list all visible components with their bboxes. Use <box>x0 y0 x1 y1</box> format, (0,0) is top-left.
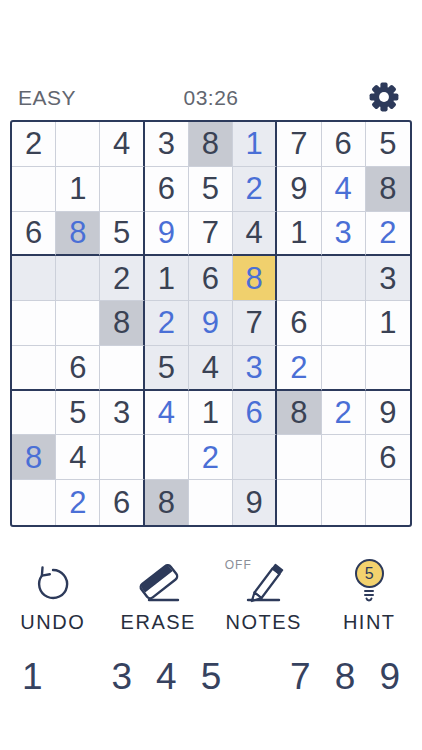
cell-r7c5[interactable]: 1 <box>189 391 233 436</box>
cell-r1c5[interactable]: 8 <box>189 122 233 167</box>
cell-r6c8[interactable] <box>322 346 366 391</box>
cell-r7c1[interactable] <box>12 391 56 436</box>
numpad-key-2 <box>55 648 100 706</box>
cell-r6c6[interactable]: 3 <box>233 346 277 391</box>
cell-r3c9[interactable]: 2 <box>366 212 410 257</box>
cell-r7c3[interactable]: 3 <box>100 391 144 436</box>
cell-r5c3[interactable]: 8 <box>100 301 144 346</box>
cell-r1c6[interactable]: 1 <box>233 122 277 167</box>
cell-r8c4[interactable] <box>145 435 189 480</box>
cell-r6c9[interactable] <box>366 346 410 391</box>
undo-button[interactable]: UNDO <box>3 556 103 634</box>
cell-r1c2[interactable] <box>56 122 100 167</box>
numpad-key-7[interactable]: 7 <box>278 648 323 706</box>
cell-r2c8[interactable]: 4 <box>322 167 366 212</box>
cell-r8c6[interactable] <box>233 435 277 480</box>
cell-r2c7[interactable]: 9 <box>277 167 321 212</box>
numpad-key-4[interactable]: 4 <box>144 648 189 706</box>
pencil-icon: OFF <box>241 556 287 604</box>
gear-icon <box>366 103 402 118</box>
numpad-key-3[interactable]: 3 <box>99 648 144 706</box>
cell-r3c2[interactable]: 8 <box>56 212 100 257</box>
numpad-key-6 <box>233 648 278 706</box>
cell-r8c9[interactable]: 6 <box>366 435 410 480</box>
hint-bulb-icon: 5 <box>355 556 384 604</box>
cell-r6c5[interactable]: 4 <box>189 346 233 391</box>
cell-r1c9[interactable]: 5 <box>366 122 410 167</box>
settings-button[interactable] <box>366 79 402 115</box>
sudoku-board: 2438176516529486859741322168382976165432… <box>10 120 412 527</box>
cell-r8c8[interactable] <box>322 435 366 480</box>
cell-r1c4[interactable]: 3 <box>145 122 189 167</box>
cell-r2c6[interactable]: 2 <box>233 167 277 212</box>
cell-r9c6[interactable]: 9 <box>233 480 277 525</box>
cell-r2c1[interactable] <box>12 167 56 212</box>
hint-button[interactable]: 5 HINT <box>319 556 419 634</box>
cell-r5c6[interactable]: 7 <box>233 301 277 346</box>
bulb-base <box>361 589 377 604</box>
notes-state-badge: OFF <box>225 558 252 572</box>
cell-r9c9[interactable] <box>366 480 410 525</box>
cell-r8c7[interactable] <box>277 435 321 480</box>
cell-r7c9[interactable]: 9 <box>366 391 410 436</box>
numpad-key-9[interactable]: 9 <box>367 648 412 706</box>
cell-r9c5[interactable] <box>189 480 233 525</box>
cell-r1c3[interactable]: 4 <box>100 122 144 167</box>
cell-r6c4[interactable]: 5 <box>145 346 189 391</box>
cell-r3c4[interactable]: 9 <box>145 212 189 257</box>
cell-r7c6[interactable]: 6 <box>233 391 277 436</box>
cell-r2c9[interactable]: 8 <box>366 167 410 212</box>
timer: 03:26 <box>0 86 422 110</box>
cell-r4c1[interactable] <box>12 256 56 301</box>
cell-r9c8[interactable] <box>322 480 366 525</box>
cell-r7c8[interactable]: 2 <box>322 391 366 436</box>
cell-r4c4[interactable]: 1 <box>145 256 189 301</box>
hint-count-badge: 5 <box>355 559 384 588</box>
cell-r5c7[interactable]: 6 <box>277 301 321 346</box>
cell-r9c4[interactable]: 8 <box>145 480 189 525</box>
cell-r1c8[interactable]: 6 <box>322 122 366 167</box>
cell-r5c9[interactable]: 1 <box>366 301 410 346</box>
cell-r6c7[interactable]: 2 <box>277 346 321 391</box>
cell-r1c1[interactable]: 2 <box>12 122 56 167</box>
cell-r7c7[interactable]: 8 <box>277 391 321 436</box>
cell-r2c5[interactable]: 5 <box>189 167 233 212</box>
cell-r4c8[interactable] <box>322 256 366 301</box>
cell-r8c5[interactable]: 2 <box>189 435 233 480</box>
cell-r2c3[interactable] <box>100 167 144 212</box>
cell-r5c5[interactable]: 9 <box>189 301 233 346</box>
numpad-key-1[interactable]: 1 <box>10 648 55 706</box>
erase-button[interactable]: ERASE <box>108 556 208 634</box>
cell-r3c6[interactable]: 4 <box>233 212 277 257</box>
cell-r8c3[interactable] <box>100 435 144 480</box>
toolbar: UNDO ERASE OFF <box>0 556 422 634</box>
cell-r4c2[interactable] <box>56 256 100 301</box>
cell-r2c2[interactable]: 1 <box>56 167 100 212</box>
undo-label: UNDO <box>20 611 85 634</box>
erase-label: ERASE <box>121 611 196 634</box>
cell-r1c7[interactable]: 7 <box>277 122 321 167</box>
cell-r4c3[interactable]: 2 <box>100 256 144 301</box>
cell-r7c4[interactable]: 4 <box>145 391 189 436</box>
numpad-key-8[interactable]: 8 <box>323 648 368 706</box>
numpad: 1 3 4 5 7 8 9 <box>10 648 412 706</box>
cell-r6c3[interactable] <box>100 346 144 391</box>
cell-r6c1[interactable] <box>12 346 56 391</box>
cell-r6c2[interactable]: 6 <box>56 346 100 391</box>
cell-r5c8[interactable] <box>322 301 366 346</box>
cell-r2c4[interactable]: 6 <box>145 167 189 212</box>
cell-r4c6[interactable]: 8 <box>233 256 277 301</box>
cell-r9c7[interactable] <box>277 480 321 525</box>
cell-r8c2[interactable]: 4 <box>56 435 100 480</box>
hint-label: HINT <box>343 611 396 634</box>
cell-r9c3[interactable]: 6 <box>100 480 144 525</box>
cell-r4c9[interactable]: 3 <box>366 256 410 301</box>
cell-r5c1[interactable] <box>12 301 56 346</box>
numpad-key-5[interactable]: 5 <box>189 648 234 706</box>
eraser-icon <box>135 556 181 604</box>
cell-r3c3[interactable]: 5 <box>100 212 144 257</box>
cell-r3c5[interactable]: 7 <box>189 212 233 257</box>
cell-r5c4[interactable]: 2 <box>145 301 189 346</box>
notes-label: NOTES <box>226 611 302 634</box>
cell-r8c1[interactable]: 8 <box>12 435 56 480</box>
cell-r3c7[interactable]: 1 <box>277 212 321 257</box>
undo-icon <box>33 556 73 604</box>
cell-r3c8[interactable]: 3 <box>322 212 366 257</box>
cell-r5c2[interactable] <box>56 301 100 346</box>
cell-r4c7[interactable] <box>277 256 321 301</box>
cell-r4c5[interactable]: 6 <box>189 256 233 301</box>
sudoku-app: EASY 03:26 24381765165294868597413221683… <box>0 0 422 750</box>
notes-button[interactable]: OFF NOTES <box>214 556 314 634</box>
cell-r9c1[interactable] <box>12 480 56 525</box>
cell-r7c2[interactable]: 5 <box>56 391 100 436</box>
cell-r9c2[interactable]: 2 <box>56 480 100 525</box>
cell-r3c1[interactable]: 6 <box>12 212 56 257</box>
